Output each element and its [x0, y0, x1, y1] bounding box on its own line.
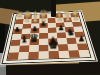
piece-white-pawn[interactable]: ♟	[57, 15, 63, 22]
piece-white-pawn[interactable]: ♟	[73, 15, 79, 22]
square-b5[interactable]: ♞	[66, 32, 76, 38]
piece-white-pawn[interactable]: ♟	[32, 16, 38, 23]
chess-board-frame: ♜♚♝♛♝♞♜♟♟♟♟♟♟♟♟♟♟♞♝♛♟♟♚	[0, 11, 98, 65]
piece-black-knight[interactable]: ♞	[67, 28, 75, 37]
piece-black-pawn[interactable]: ♟	[14, 26, 21, 33]
square-e8[interactable]	[39, 51, 49, 59]
piece-black-pawn[interactable]: ♟	[40, 21, 46, 28]
chess-photo: ♜♚♝♛♝♞♜♟♟♟♟♟♟♟♟♟♟♞♝♛♟♟♚	[0, 0, 100, 75]
piece-black-bishop[interactable]: ♝	[20, 35, 29, 45]
background-dark-piece-silhouette	[51, 0, 56, 17]
piece-black-king[interactable]: ♚	[48, 38, 59, 50]
square-d4[interactable]	[48, 27, 57, 33]
square-f6[interactable]: ♛	[29, 39, 39, 45]
square-e3[interactable]: ♟	[39, 23, 47, 28]
square-b2[interactable]: ♟	[63, 18, 72, 23]
square-a8[interactable]	[78, 50, 90, 57]
piece-black-pawn[interactable]: ♟	[58, 25, 65, 32]
chess-board: ♜♚♝♛♝♞♜♟♟♟♟♟♟♟♟♟♟♞♝♛♟♟♚	[6, 13, 91, 61]
square-g8[interactable]	[18, 52, 29, 60]
chess-board-wrapper: ♜♚♝♛♝♞♜♟♟♟♟♟♟♟♟♟♟♞♝♛♟♟♚	[6, 0, 90, 75]
piece-black-queen[interactable]: ♛	[29, 33, 40, 45]
square-h8[interactable]	[7, 52, 18, 60]
square-f2[interactable]: ♟	[31, 19, 39, 24]
piece-white-pawn[interactable]: ♟	[24, 17, 30, 24]
square-f8[interactable]	[28, 52, 39, 60]
square-a6[interactable]: ♟	[76, 37, 87, 43]
square-d8[interactable]	[49, 51, 60, 59]
chess-board-tilt: ♜♚♝♛♝♞♜♟♟♟♟♟♟♟♟♟♟♞♝♛♟♟♚	[0, 11, 98, 65]
piece-white-pawn[interactable]: ♟	[65, 15, 71, 22]
square-a2[interactable]: ♟	[71, 17, 80, 22]
square-d7[interactable]: ♚	[48, 44, 58, 51]
piece-black-pawn[interactable]: ♟	[78, 35, 85, 43]
